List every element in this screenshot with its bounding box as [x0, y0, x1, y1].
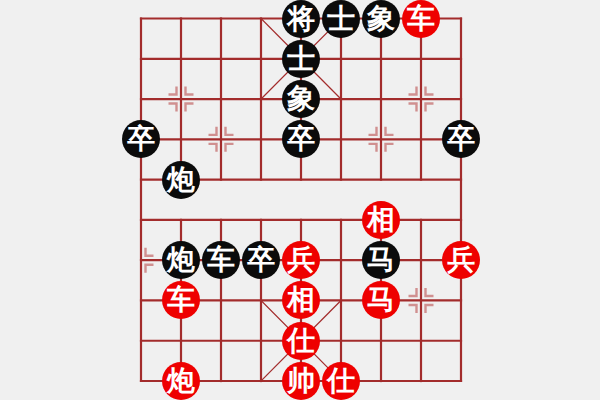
piece-red-soldier[interactable]: 兵: [282, 241, 320, 279]
xiangqi-app-screen: 将士象车士象卒卒卒炮相炮车卒兵马兵车相马仕炮帅仕: [0, 0, 600, 400]
piece-black-cannon[interactable]: 炮: [162, 161, 200, 199]
piece-red-advisor[interactable]: 仕: [322, 362, 360, 400]
piece-red-soldier[interactable]: 兵: [442, 241, 480, 279]
xiangqi-board[interactable]: 将士象车士象卒卒卒炮相炮车卒兵马兵车相马仕炮帅仕: [0, 0, 600, 400]
piece-red-horse[interactable]: 马: [362, 281, 400, 319]
piece-black-horse[interactable]: 马: [362, 241, 400, 279]
piece-red-chariot[interactable]: 车: [162, 281, 200, 319]
piece-black-cannon[interactable]: 炮: [162, 241, 200, 279]
piece-black-soldier[interactable]: 卒: [282, 120, 320, 158]
piece-red-cannon[interactable]: 炮: [162, 362, 200, 400]
piece-black-elephant[interactable]: 象: [282, 80, 320, 118]
piece-red-general[interactable]: 帅: [282, 362, 320, 400]
piece-black-soldier[interactable]: 卒: [122, 120, 160, 158]
piece-black-advisor[interactable]: 士: [322, 0, 360, 38]
piece-black-soldier[interactable]: 卒: [442, 120, 480, 158]
piece-black-advisor[interactable]: 士: [282, 40, 320, 78]
piece-red-advisor[interactable]: 仕: [282, 322, 320, 360]
piece-red-chariot[interactable]: 车: [402, 0, 440, 38]
piece-black-elephant[interactable]: 象: [362, 0, 400, 38]
piece-black-general[interactable]: 将: [282, 0, 320, 38]
piece-black-soldier[interactable]: 卒: [242, 241, 280, 279]
pieces-layer: 将士象车士象卒卒卒炮相炮车卒兵马兵车相马仕炮帅仕: [0, 0, 600, 400]
piece-red-elephant[interactable]: 相: [362, 201, 400, 239]
piece-black-chariot[interactable]: 车: [202, 241, 240, 279]
piece-red-elephant[interactable]: 相: [282, 281, 320, 319]
